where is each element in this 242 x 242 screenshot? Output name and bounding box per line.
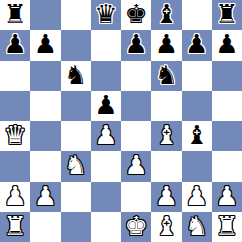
piece-black-rook[interactable]: ♜ [215, 1, 238, 27]
square-e1[interactable]: ♚ [121, 212, 151, 242]
square-d4[interactable]: ♟ [91, 121, 121, 151]
square-d1[interactable] [91, 212, 121, 242]
piece-black-knight[interactable]: ♞ [155, 62, 178, 88]
piece-black-pawn[interactable]: ♟ [3, 31, 26, 57]
square-a1[interactable]: ♜ [0, 212, 30, 242]
square-f4[interactable]: ♝ [151, 121, 181, 151]
square-f1[interactable]: ♝ [151, 212, 181, 242]
square-h6[interactable] [212, 61, 242, 91]
square-b2[interactable]: ♟ [30, 182, 60, 212]
square-h1[interactable]: ♜ [212, 212, 242, 242]
piece-black-pawn[interactable]: ♟ [94, 92, 117, 118]
piece-white-pawn[interactable]: ♟ [215, 183, 238, 209]
piece-black-rook[interactable]: ♜ [3, 1, 26, 27]
square-c6[interactable]: ♞ [61, 61, 91, 91]
square-d6[interactable] [91, 61, 121, 91]
square-f5[interactable] [151, 91, 181, 121]
piece-black-queen[interactable]: ♛ [94, 1, 117, 27]
square-c1[interactable] [61, 212, 91, 242]
square-h3[interactable] [212, 151, 242, 181]
square-c3[interactable]: ♞ [61, 151, 91, 181]
square-d8[interactable]: ♛ [91, 0, 121, 30]
square-g4[interactable]: ♝ [182, 121, 212, 151]
piece-white-knight[interactable]: ♞ [185, 213, 208, 239]
square-a6[interactable] [0, 61, 30, 91]
piece-white-pawn[interactable]: ♟ [94, 122, 117, 148]
square-e6[interactable] [121, 61, 151, 91]
square-c7[interactable] [61, 30, 91, 60]
square-b6[interactable] [30, 61, 60, 91]
piece-white-queen[interactable]: ♛ [3, 122, 26, 148]
square-g8[interactable] [182, 0, 212, 30]
square-e5[interactable] [121, 91, 151, 121]
square-f7[interactable]: ♟ [151, 30, 181, 60]
square-g1[interactable]: ♞ [182, 212, 212, 242]
piece-white-pawn[interactable]: ♟ [124, 152, 147, 178]
square-b7[interactable]: ♟ [30, 30, 60, 60]
square-c4[interactable] [61, 121, 91, 151]
square-b5[interactable] [30, 91, 60, 121]
piece-black-pawn[interactable]: ♟ [215, 31, 238, 57]
square-b8[interactable] [30, 0, 60, 30]
square-d5[interactable]: ♟ [91, 91, 121, 121]
square-a2[interactable]: ♟ [0, 182, 30, 212]
square-b1[interactable] [30, 212, 60, 242]
piece-black-pawn[interactable]: ♟ [34, 31, 57, 57]
square-e2[interactable] [121, 182, 151, 212]
square-g6[interactable] [182, 61, 212, 91]
square-f2[interactable]: ♟ [151, 182, 181, 212]
square-g5[interactable] [182, 91, 212, 121]
square-a3[interactable] [0, 151, 30, 181]
square-c2[interactable] [61, 182, 91, 212]
square-h2[interactable]: ♟ [212, 182, 242, 212]
piece-white-pawn[interactable]: ♟ [3, 183, 26, 209]
square-b3[interactable] [30, 151, 60, 181]
square-f3[interactable] [151, 151, 181, 181]
square-g7[interactable]: ♟ [182, 30, 212, 60]
piece-white-rook[interactable]: ♜ [3, 213, 26, 239]
square-b4[interactable] [30, 121, 60, 151]
square-d2[interactable] [91, 182, 121, 212]
piece-black-pawn[interactable]: ♟ [155, 31, 178, 57]
square-a4[interactable]: ♛ [0, 121, 30, 151]
piece-white-pawn[interactable]: ♟ [155, 183, 178, 209]
chess-board: ♜♛♚♝♜♟♟♟♟♟♟♞♞♟♛♟♝♝♞♟♟♟♟♟♟♜♚♝♞♜ [0, 0, 242, 242]
piece-black-king[interactable]: ♚ [124, 1, 147, 27]
square-g2[interactable]: ♟ [182, 182, 212, 212]
square-d7[interactable] [91, 30, 121, 60]
square-a8[interactable]: ♜ [0, 0, 30, 30]
square-c8[interactable] [61, 0, 91, 30]
square-e4[interactable] [121, 121, 151, 151]
piece-black-knight[interactable]: ♞ [64, 62, 87, 88]
piece-white-pawn[interactable]: ♟ [34, 183, 57, 209]
square-f6[interactable]: ♞ [151, 61, 181, 91]
square-h4[interactable] [212, 121, 242, 151]
piece-white-knight[interactable]: ♞ [64, 152, 87, 178]
square-f8[interactable]: ♝ [151, 0, 181, 30]
square-h7[interactable]: ♟ [212, 30, 242, 60]
piece-white-bishop[interactable]: ♝ [155, 122, 178, 148]
piece-black-pawn[interactable]: ♟ [185, 31, 208, 57]
piece-black-pawn[interactable]: ♟ [124, 31, 147, 57]
square-h5[interactable] [212, 91, 242, 121]
square-a5[interactable] [0, 91, 30, 121]
square-h8[interactable]: ♜ [212, 0, 242, 30]
piece-black-bishop[interactable]: ♝ [155, 1, 178, 27]
square-d3[interactable] [91, 151, 121, 181]
piece-white-rook[interactable]: ♜ [215, 213, 238, 239]
piece-black-bishop[interactable]: ♝ [185, 122, 208, 148]
piece-white-pawn[interactable]: ♟ [185, 183, 208, 209]
square-c5[interactable] [61, 91, 91, 121]
square-e8[interactable]: ♚ [121, 0, 151, 30]
square-e3[interactable]: ♟ [121, 151, 151, 181]
piece-white-bishop[interactable]: ♝ [155, 213, 178, 239]
square-a7[interactable]: ♟ [0, 30, 30, 60]
piece-white-king[interactable]: ♚ [124, 213, 147, 239]
square-e7[interactable]: ♟ [121, 30, 151, 60]
square-g3[interactable] [182, 151, 212, 181]
